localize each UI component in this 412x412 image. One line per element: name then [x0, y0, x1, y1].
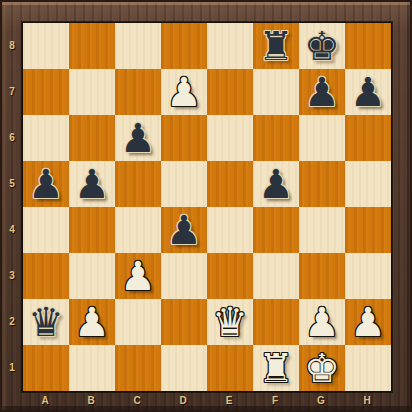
square-f5[interactable]: ♟ [253, 161, 299, 207]
square-c2[interactable] [115, 299, 161, 345]
square-a3[interactable] [23, 253, 69, 299]
square-b1[interactable] [69, 345, 115, 391]
file-label-g: G [298, 390, 344, 410]
square-g8[interactable]: ♚ [299, 23, 345, 69]
square-f7[interactable] [253, 69, 299, 115]
file-label-c: C [114, 390, 160, 410]
square-d7[interactable]: ♟ [161, 69, 207, 115]
square-b5[interactable]: ♟ [69, 161, 115, 207]
square-h7[interactable]: ♟ [345, 69, 391, 115]
square-d5[interactable] [161, 161, 207, 207]
square-h3[interactable] [345, 253, 391, 299]
black-pawn[interactable]: ♟ [166, 207, 202, 253]
black-pawn[interactable]: ♟ [304, 69, 340, 115]
square-g6[interactable] [299, 115, 345, 161]
square-c6[interactable]: ♟ [115, 115, 161, 161]
square-f4[interactable] [253, 207, 299, 253]
white-pawn[interactable]: ♟ [120, 253, 156, 299]
square-a5[interactable]: ♟ [23, 161, 69, 207]
square-a6[interactable] [23, 115, 69, 161]
square-e3[interactable] [207, 253, 253, 299]
square-e8[interactable] [207, 23, 253, 69]
square-d1[interactable] [161, 345, 207, 391]
square-e2[interactable]: ♛ [207, 299, 253, 345]
square-f8[interactable]: ♜ [253, 23, 299, 69]
square-a1[interactable] [23, 345, 69, 391]
square-d6[interactable] [161, 115, 207, 161]
square-d3[interactable] [161, 253, 207, 299]
rank-label-1: 1 [2, 344, 22, 390]
square-g4[interactable] [299, 207, 345, 253]
file-label-h: H [344, 390, 390, 410]
chess-board-border: ♜♚♟♟♟♟♟♟♟♟♟♛♟♛♟♟♜♚ [22, 22, 392, 392]
file-label-d: D [160, 390, 206, 410]
square-b6[interactable] [69, 115, 115, 161]
rank-label-7: 7 [2, 68, 22, 114]
white-pawn[interactable]: ♟ [350, 299, 386, 345]
square-g7[interactable]: ♟ [299, 69, 345, 115]
square-e4[interactable] [207, 207, 253, 253]
square-b8[interactable] [69, 23, 115, 69]
square-e7[interactable] [207, 69, 253, 115]
white-king[interactable]: ♚ [304, 345, 340, 391]
square-c4[interactable] [115, 207, 161, 253]
black-pawn[interactable]: ♟ [28, 161, 64, 207]
square-h8[interactable] [345, 23, 391, 69]
square-f3[interactable] [253, 253, 299, 299]
white-pawn[interactable]: ♟ [304, 299, 340, 345]
square-d2[interactable] [161, 299, 207, 345]
square-d8[interactable] [161, 23, 207, 69]
rank-label-5: 5 [2, 160, 22, 206]
rank-label-3: 3 [2, 252, 22, 298]
square-c7[interactable] [115, 69, 161, 115]
square-g5[interactable] [299, 161, 345, 207]
square-f6[interactable] [253, 115, 299, 161]
square-c8[interactable] [115, 23, 161, 69]
black-pawn[interactable]: ♟ [74, 161, 110, 207]
square-a8[interactable] [23, 23, 69, 69]
square-b4[interactable] [69, 207, 115, 253]
square-h1[interactable] [345, 345, 391, 391]
black-pawn[interactable]: ♟ [120, 115, 156, 161]
rank-label-4: 4 [2, 206, 22, 252]
white-queen[interactable]: ♛ [212, 299, 248, 345]
rank-label-2: 2 [2, 298, 22, 344]
chess-board[interactable]: ♜♚♟♟♟♟♟♟♟♟♟♛♟♛♟♟♜♚ [23, 23, 391, 391]
file-label-a: A [22, 390, 68, 410]
file-label-b: B [68, 390, 114, 410]
square-h6[interactable] [345, 115, 391, 161]
rank-labels: 87654321 [2, 22, 22, 390]
square-f2[interactable] [253, 299, 299, 345]
file-label-e: E [206, 390, 252, 410]
square-b2[interactable]: ♟ [69, 299, 115, 345]
white-pawn[interactable]: ♟ [166, 69, 202, 115]
square-a7[interactable] [23, 69, 69, 115]
square-d4[interactable]: ♟ [161, 207, 207, 253]
square-g3[interactable] [299, 253, 345, 299]
white-rook[interactable]: ♜ [258, 345, 294, 391]
file-labels: ABCDEFGH [22, 390, 390, 410]
black-pawn[interactable]: ♟ [350, 69, 386, 115]
square-g1[interactable]: ♚ [299, 345, 345, 391]
square-c3[interactable]: ♟ [115, 253, 161, 299]
square-b3[interactable] [69, 253, 115, 299]
rank-label-8: 8 [2, 22, 22, 68]
black-pawn[interactable]: ♟ [258, 161, 294, 207]
file-label-f: F [252, 390, 298, 410]
black-king[interactable]: ♚ [304, 23, 340, 69]
chess-board-frame: 87654321 ABCDEFGH ♜♚♟♟♟♟♟♟♟♟♟♛♟♛♟♟♜♚ [0, 0, 412, 412]
square-c5[interactable] [115, 161, 161, 207]
square-g2[interactable]: ♟ [299, 299, 345, 345]
square-e6[interactable] [207, 115, 253, 161]
square-b7[interactable] [69, 69, 115, 115]
square-a2[interactable]: ♛ [23, 299, 69, 345]
square-a4[interactable] [23, 207, 69, 253]
rank-label-6: 6 [2, 114, 22, 160]
square-h5[interactable] [345, 161, 391, 207]
black-rook[interactable]: ♜ [258, 23, 294, 69]
black-queen[interactable]: ♛ [28, 299, 64, 345]
square-e5[interactable] [207, 161, 253, 207]
square-f1[interactable]: ♜ [253, 345, 299, 391]
square-e1[interactable] [207, 345, 253, 391]
square-h2[interactable]: ♟ [345, 299, 391, 345]
square-c1[interactable] [115, 345, 161, 391]
white-pawn[interactable]: ♟ [74, 299, 110, 345]
square-h4[interactable] [345, 207, 391, 253]
